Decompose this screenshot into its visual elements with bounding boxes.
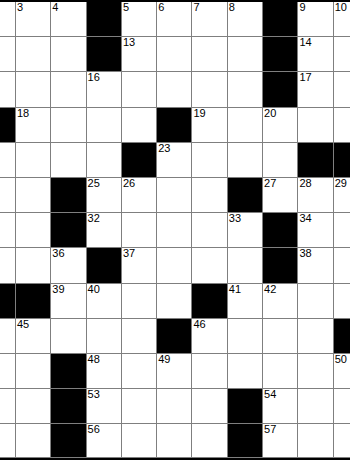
black-cell-r8c4 — [87, 248, 122, 283]
black-cell-r12c3 — [51, 389, 86, 424]
black-cell-r5c11 — [334, 143, 350, 178]
cell-r8c1[interactable] — [0, 248, 16, 283]
cell-r13c1[interactable] — [0, 424, 16, 458]
cell-r7c10[interactable]: 34 — [298, 213, 333, 248]
cell-r11c8[interactable] — [228, 354, 263, 389]
cell-r2c2[interactable] — [16, 37, 51, 72]
cell-r13c6[interactable] — [157, 424, 192, 458]
cell-r3c11[interactable] — [334, 72, 350, 107]
clue-number: 17 — [299, 72, 311, 83]
cell-r4c11[interactable] — [334, 108, 350, 143]
cell-r8c8[interactable] — [228, 248, 263, 283]
clue-number: 18 — [17, 108, 29, 119]
cell-r2c5[interactable]: 13 — [122, 37, 157, 72]
cell-r1c8[interactable]: 8 — [228, 2, 263, 37]
cell-r2c11[interactable] — [334, 37, 350, 72]
clue-number: 26 — [123, 178, 135, 189]
cell-r3c1[interactable] — [0, 72, 16, 107]
cell-r3c6[interactable] — [157, 72, 192, 107]
clue-number: 29 — [335, 178, 347, 189]
cell-r12c4[interactable]: 53 — [87, 389, 122, 424]
black-cell-r4c1 — [0, 108, 16, 143]
cell-r1c6[interactable]: 6 — [157, 2, 192, 37]
cell-r7c6[interactable] — [157, 213, 192, 248]
clue-number: 49 — [158, 354, 170, 365]
black-cell-r6c8 — [228, 178, 263, 213]
cell-r2c7[interactable] — [192, 37, 227, 72]
crossword-board: 3456789101314161718192023252627282932333… — [0, 0, 350, 460]
cell-r9c6[interactable] — [157, 284, 192, 319]
clue-number: 28 — [299, 178, 311, 189]
cell-r3c8[interactable] — [228, 72, 263, 107]
cell-r2c3[interactable] — [51, 37, 86, 72]
cell-r12c6[interactable] — [157, 389, 192, 424]
cell-r13c2[interactable] — [16, 424, 51, 458]
clue-number: 32 — [88, 213, 100, 224]
clue-number: 57 — [264, 424, 276, 435]
clue-number: 45 — [17, 319, 29, 330]
cell-r8c6[interactable] — [157, 248, 192, 283]
black-cell-r6c3 — [51, 178, 86, 213]
cell-r2c1[interactable] — [0, 37, 16, 72]
cell-r8c5[interactable]: 37 — [122, 248, 157, 283]
clue-number: 25 — [88, 178, 100, 189]
cell-r10c3[interactable] — [51, 319, 86, 354]
clue-number: 9 — [299, 2, 305, 13]
cell-r13c7[interactable] — [192, 424, 227, 458]
cell-r6c10[interactable]: 28 — [298, 178, 333, 213]
black-cell-r4c6 — [157, 108, 192, 143]
black-cell-r7c9 — [263, 213, 298, 248]
cell-r10c4[interactable] — [87, 319, 122, 354]
black-cell-r11c3 — [51, 354, 86, 389]
clue-number: 8 — [229, 2, 235, 13]
cell-r9c5[interactable] — [122, 284, 157, 319]
clue-number: 10 — [335, 2, 347, 13]
cell-r6c1[interactable] — [0, 178, 16, 213]
cell-r5c1[interactable] — [0, 143, 16, 178]
cell-r7c7[interactable] — [192, 213, 227, 248]
cell-r4c2[interactable]: 18 — [16, 108, 51, 143]
black-cell-r5c10 — [298, 143, 333, 178]
black-cell-r9c1 — [0, 284, 16, 319]
cell-r13c5[interactable] — [122, 424, 157, 458]
cell-r1c1[interactable] — [0, 2, 16, 37]
clue-number: 53 — [88, 389, 100, 400]
cell-r11c2[interactable] — [16, 354, 51, 389]
clue-number: 5 — [123, 2, 129, 13]
cell-r7c4[interactable]: 32 — [87, 213, 122, 248]
cell-r12c11[interactable] — [334, 389, 350, 424]
clue-number: 23 — [158, 143, 170, 154]
cell-r11c5[interactable] — [122, 354, 157, 389]
black-cell-r9c7 — [192, 284, 227, 319]
cell-r7c11[interactable] — [334, 213, 350, 248]
black-cell-r8c9 — [263, 248, 298, 283]
cell-r11c1[interactable] — [0, 354, 16, 389]
clue-number: 33 — [229, 213, 241, 224]
black-cell-r10c11 — [334, 319, 350, 354]
cell-r5c9[interactable] — [263, 143, 298, 178]
black-cell-r5c5 — [122, 143, 157, 178]
cell-r8c2[interactable] — [16, 248, 51, 283]
cell-r6c7[interactable] — [192, 178, 227, 213]
cell-r10c7[interactable]: 46 — [192, 319, 227, 354]
clue-number: 6 — [158, 2, 164, 13]
clue-number: 3 — [17, 2, 23, 13]
cell-r9c8[interactable]: 41 — [228, 284, 263, 319]
cell-r11c10[interactable] — [298, 354, 333, 389]
crossword-screenshot: 3456789101314161718192023252627282932333… — [0, 0, 350, 460]
cell-r2c10[interactable]: 14 — [298, 37, 333, 72]
clue-number: 40 — [88, 284, 100, 295]
cell-r2c8[interactable] — [228, 37, 263, 72]
cell-r4c8[interactable] — [228, 108, 263, 143]
cell-r11c6[interactable]: 49 — [157, 354, 192, 389]
cell-r9c3[interactable]: 39 — [51, 284, 86, 319]
clue-number: 19 — [193, 108, 205, 119]
clue-number: 50 — [335, 354, 347, 365]
cell-r12c1[interactable] — [0, 389, 16, 424]
cell-r3c3[interactable] — [51, 72, 86, 107]
black-cell-r13c3 — [51, 424, 86, 458]
cell-r8c3[interactable]: 36 — [51, 248, 86, 283]
black-cell-r3c9 — [263, 72, 298, 107]
clue-number: 27 — [264, 178, 276, 189]
cell-r3c7[interactable] — [192, 72, 227, 107]
cell-r1c11[interactable]: 10 — [334, 2, 350, 37]
clue-number: 56 — [88, 424, 100, 435]
cell-r1c10[interactable]: 9 — [298, 2, 333, 37]
cell-r6c4[interactable]: 25 — [87, 178, 122, 213]
clue-number: 46 — [193, 319, 205, 330]
cell-r10c2[interactable]: 45 — [16, 319, 51, 354]
cell-r7c8[interactable]: 33 — [228, 213, 263, 248]
cell-r3c2[interactable] — [16, 72, 51, 107]
cell-r4c4[interactable] — [87, 108, 122, 143]
cell-r10c5[interactable] — [122, 319, 157, 354]
cell-r5c8[interactable] — [228, 143, 263, 178]
cell-r4c7[interactable]: 19 — [192, 108, 227, 143]
cell-r8c7[interactable] — [192, 248, 227, 283]
cell-r10c1[interactable] — [0, 319, 16, 354]
cell-r8c10[interactable]: 38 — [298, 248, 333, 283]
cell-r5c7[interactable] — [192, 143, 227, 178]
cell-r6c5[interactable]: 26 — [122, 178, 157, 213]
cell-r3c10[interactable]: 17 — [298, 72, 333, 107]
clue-number: 39 — [52, 284, 64, 295]
black-cell-r2c4 — [87, 37, 122, 72]
cell-r5c6[interactable]: 23 — [157, 143, 192, 178]
cell-r11c7[interactable] — [192, 354, 227, 389]
cell-r7c1[interactable] — [0, 213, 16, 248]
cell-r13c4[interactable]: 56 — [87, 424, 122, 458]
cell-r9c9[interactable]: 42 — [263, 284, 298, 319]
cell-r12c10[interactable] — [298, 389, 333, 424]
cell-r1c2[interactable]: 3 — [16, 2, 51, 37]
clue-number: 34 — [299, 213, 311, 224]
cell-r13c11[interactable] — [334, 424, 350, 458]
cell-r12c9[interactable]: 54 — [263, 389, 298, 424]
cell-r2c6[interactable] — [157, 37, 192, 72]
cell-r7c5[interactable] — [122, 213, 157, 248]
cell-r11c9[interactable] — [263, 354, 298, 389]
cell-r6c6[interactable] — [157, 178, 192, 213]
clue-number: 20 — [264, 108, 276, 119]
cell-r3c4[interactable]: 16 — [87, 72, 122, 107]
clue-number: 36 — [52, 248, 64, 259]
cell-r11c11[interactable]: 50 — [334, 354, 350, 389]
black-cell-r12c8 — [228, 389, 263, 424]
clue-number: 54 — [264, 389, 276, 400]
clue-number: 48 — [88, 354, 100, 365]
black-cell-r1c4 — [87, 2, 122, 37]
clue-number: 13 — [123, 37, 135, 48]
cell-r5c3[interactable] — [51, 143, 86, 178]
clue-number: 37 — [123, 248, 135, 259]
black-cell-r10c6 — [157, 319, 192, 354]
clue-number: 16 — [88, 72, 100, 83]
black-cell-r9c2 — [16, 284, 51, 319]
cell-r8c11[interactable] — [334, 248, 350, 283]
cell-r12c2[interactable] — [16, 389, 51, 424]
cell-r4c5[interactable] — [122, 108, 157, 143]
cell-r5c2[interactable] — [16, 143, 51, 178]
black-cell-r7c3 — [51, 213, 86, 248]
cell-r4c10[interactable] — [298, 108, 333, 143]
cell-r12c5[interactable] — [122, 389, 157, 424]
cell-r10c9[interactable] — [263, 319, 298, 354]
cell-r3c5[interactable] — [122, 72, 157, 107]
clue-number: 4 — [52, 2, 58, 13]
cell-r13c10[interactable] — [298, 424, 333, 458]
cell-r9c11[interactable] — [334, 284, 350, 319]
clue-number: 41 — [229, 284, 241, 295]
black-cell-r2c9 — [263, 37, 298, 72]
clue-number: 42 — [264, 284, 276, 295]
black-cell-r13c8 — [228, 424, 263, 458]
cell-r6c11[interactable]: 29 — [334, 178, 350, 213]
clue-number: 14 — [299, 37, 311, 48]
cell-r13c9[interactable]: 57 — [263, 424, 298, 458]
clue-number: 7 — [193, 2, 199, 13]
cell-r4c3[interactable] — [51, 108, 86, 143]
cell-r10c10[interactable] — [298, 319, 333, 354]
cell-r11c4[interactable]: 48 — [87, 354, 122, 389]
cell-r6c2[interactable] — [16, 178, 51, 213]
clue-number: 38 — [299, 248, 311, 259]
black-cell-r1c9 — [263, 2, 298, 37]
cell-r7c2[interactable] — [16, 213, 51, 248]
cell-r5c4[interactable] — [87, 143, 122, 178]
cell-r1c3[interactable]: 4 — [51, 2, 86, 37]
cell-r1c7[interactable]: 7 — [192, 2, 227, 37]
cell-r6c9[interactable]: 27 — [263, 178, 298, 213]
cell-r12c7[interactable] — [192, 389, 227, 424]
cell-r4c9[interactable]: 20 — [263, 108, 298, 143]
cell-r9c4[interactable]: 40 — [87, 284, 122, 319]
cell-r9c10[interactable] — [298, 284, 333, 319]
cell-r1c5[interactable]: 5 — [122, 2, 157, 37]
cell-r10c8[interactable] — [228, 319, 263, 354]
